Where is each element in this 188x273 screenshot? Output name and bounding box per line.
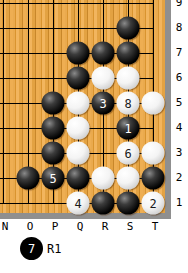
row-label-3: 3 [171, 147, 187, 159]
col-label-N: N [0, 221, 12, 233]
stone-Q5[interactable] [67, 92, 90, 115]
caption-stone-icon: 7 [20, 237, 43, 260]
stone-S1[interactable] [117, 192, 140, 215]
row-label-7: 7 [171, 47, 187, 59]
grid-line-row-9 [0, 3, 154, 4]
move-number-5: 5 [49, 172, 56, 184]
stone-Q7[interactable] [67, 42, 90, 65]
stone-S8[interactable] [117, 17, 140, 40]
col-label-R: R [98, 221, 112, 233]
move-number-1: 1 [124, 122, 131, 134]
stone-P5[interactable] [42, 92, 65, 115]
move-number-3: 3 [99, 97, 106, 109]
stone-T1[interactable]: 2 [142, 192, 165, 215]
board-edge-shadow-bottom [0, 213, 171, 219]
stone-R6[interactable] [92, 67, 115, 90]
stone-Q4[interactable] [67, 117, 90, 140]
stone-O2[interactable] [17, 167, 40, 190]
stone-T2[interactable] [142, 167, 165, 190]
col-label-O: O [23, 221, 37, 233]
stone-Q1[interactable]: 4 [67, 192, 90, 215]
stone-R1[interactable] [92, 192, 115, 215]
move-number-8: 8 [124, 97, 131, 109]
row-label-6: 6 [171, 72, 187, 84]
stone-S3[interactable]: 6 [117, 142, 140, 165]
stone-T5[interactable] [142, 92, 165, 115]
row-label-5: 5 [171, 97, 187, 109]
move-number-4: 4 [74, 197, 81, 209]
stone-R5[interactable]: 3 [92, 92, 115, 115]
col-label-Q: Q [73, 221, 87, 233]
stone-P4[interactable] [42, 117, 65, 140]
row-label-2: 2 [171, 172, 187, 184]
stone-R2[interactable] [92, 167, 115, 190]
stone-S2[interactable] [117, 167, 140, 190]
caption: 7 R1 [20, 237, 61, 260]
stone-S4[interactable]: 1 [117, 117, 140, 140]
stone-P3[interactable] [42, 142, 65, 165]
stone-S5[interactable]: 8 [117, 92, 140, 115]
stone-R7[interactable] [92, 42, 115, 65]
row-label-9: 9 [171, 0, 187, 9]
col-label-S: S [123, 221, 137, 233]
caption-move-coordinate: R1 [47, 243, 61, 255]
col-label-T: T [148, 221, 162, 233]
stone-S6[interactable] [117, 67, 140, 90]
row-label-8: 8 [171, 22, 187, 34]
row-label-4: 4 [171, 122, 187, 134]
row-label-1: 1 [171, 197, 187, 209]
move-number-2: 2 [149, 197, 156, 209]
stone-P2[interactable]: 5 [42, 167, 65, 190]
stone-Q2[interactable] [67, 167, 90, 190]
stone-Q6[interactable] [67, 67, 90, 90]
grid-line-col-N [3, 0, 4, 204]
stone-T3[interactable] [142, 142, 165, 165]
move-number-6: 6 [124, 147, 131, 159]
stone-Q3[interactable] [67, 142, 90, 165]
go-diagram: 3816542 987654321 NOPQRST 7 R1 [0, 0, 188, 273]
col-label-P: P [48, 221, 62, 233]
stone-S7[interactable] [117, 42, 140, 65]
caption-stone-number: 7 [28, 243, 35, 255]
